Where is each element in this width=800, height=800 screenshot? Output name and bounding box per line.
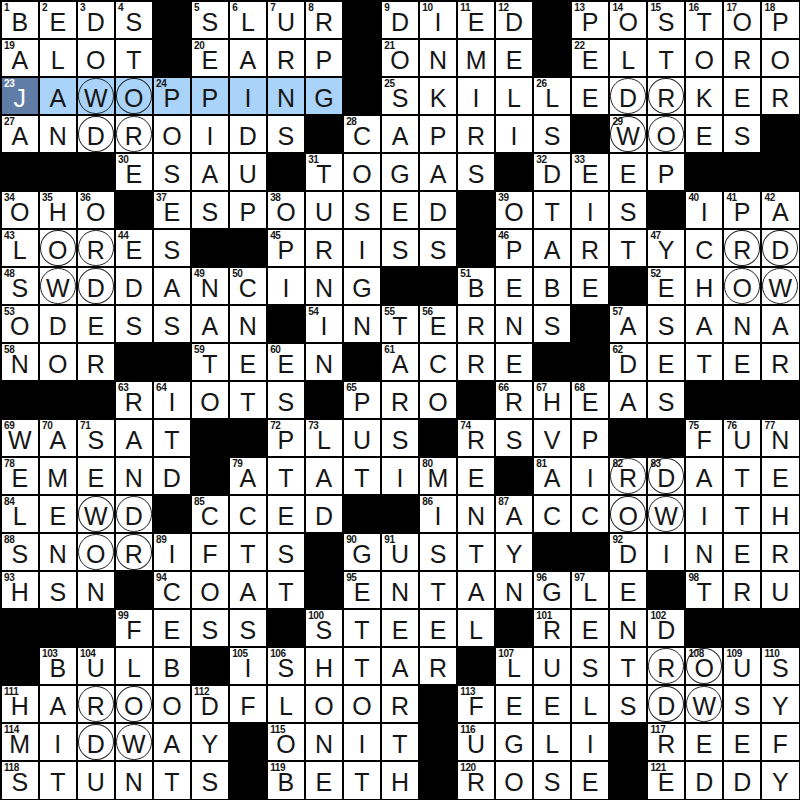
- grid-cell[interactable]: L: [116, 648, 153, 685]
- grid-cell[interactable]: R: [382, 686, 419, 723]
- grid-cell[interactable]: W: [116, 724, 153, 761]
- grid-cell[interactable]: S: [230, 610, 267, 647]
- grid-cell[interactable]: 99F: [116, 610, 153, 647]
- grid-cell[interactable]: O: [724, 268, 761, 305]
- grid-cell[interactable]: 64I: [154, 382, 191, 419]
- grid-cell[interactable]: T: [610, 648, 647, 685]
- grid-cell[interactable]: R: [724, 40, 761, 77]
- grid-cell[interactable]: E: [154, 610, 191, 647]
- grid-cell[interactable]: S: [268, 382, 305, 419]
- grid-cell[interactable]: L: [40, 40, 77, 77]
- grid-cell[interactable]: A: [40, 686, 77, 723]
- grid-cell[interactable]: W: [40, 268, 77, 305]
- grid-cell[interactable]: 84L: [2, 496, 39, 533]
- grid-cell[interactable]: 109U: [724, 648, 761, 685]
- grid-cell[interactable]: A: [610, 382, 647, 419]
- grid-cell[interactable]: 115O: [268, 724, 305, 761]
- grid-cell[interactable]: H: [762, 496, 799, 533]
- grid-cell[interactable]: T: [724, 496, 761, 533]
- grid-cell[interactable]: O: [192, 572, 229, 609]
- grid-cell[interactable]: R: [78, 230, 115, 267]
- grid-cell[interactable]: D: [686, 762, 723, 799]
- grid-cell[interactable]: E: [458, 458, 495, 495]
- grid-cell[interactable]: I: [382, 458, 419, 495]
- grid-cell[interactable]: E: [496, 686, 533, 723]
- grid-cell[interactable]: O: [420, 382, 457, 419]
- grid-cell[interactable]: T: [268, 458, 305, 495]
- grid-cell[interactable]: P: [648, 154, 685, 191]
- grid-cell[interactable]: T: [268, 572, 305, 609]
- grid-cell[interactable]: A: [686, 458, 723, 495]
- grid-cell[interactable]: F: [762, 724, 799, 761]
- grid-cell[interactable]: 14O: [610, 2, 647, 39]
- grid-cell[interactable]: R: [724, 230, 761, 267]
- grid-cell[interactable]: 62D: [610, 344, 647, 381]
- grid-cell[interactable]: R: [116, 534, 153, 571]
- grid-cell[interactable]: 8R: [306, 2, 343, 39]
- grid-cell[interactable]: I: [344, 724, 381, 761]
- grid-cell[interactable]: 63R: [116, 382, 153, 419]
- grid-cell[interactable]: K: [420, 78, 457, 115]
- grid-cell[interactable]: D: [78, 116, 115, 153]
- grid-cell[interactable]: D: [610, 78, 647, 115]
- grid-cell[interactable]: R: [78, 344, 115, 381]
- grid-cell[interactable]: 42A: [762, 192, 799, 229]
- grid-cell[interactable]: D: [154, 458, 191, 495]
- grid-cell[interactable]: R: [648, 78, 685, 115]
- grid-cell[interactable]: 93H: [2, 572, 39, 609]
- grid-cell[interactable]: S: [534, 306, 571, 343]
- grid-cell[interactable]: S: [40, 572, 77, 609]
- grid-cell[interactable]: O: [648, 116, 685, 153]
- grid-cell[interactable]: L: [458, 610, 495, 647]
- grid-cell[interactable]: T: [686, 344, 723, 381]
- grid-cell[interactable]: 72P: [268, 420, 305, 457]
- grid-cell[interactable]: D: [762, 230, 799, 267]
- grid-cell[interactable]: R: [762, 78, 799, 115]
- grid-cell[interactable]: H: [686, 268, 723, 305]
- grid-cell[interactable]: E: [610, 572, 647, 609]
- grid-cell[interactable]: R: [306, 230, 343, 267]
- grid-cell[interactable]: O: [40, 230, 77, 267]
- grid-cell[interactable]: R: [648, 648, 685, 685]
- grid-cell[interactable]: A: [230, 40, 267, 77]
- grid-cell[interactable]: A: [382, 648, 419, 685]
- grid-cell[interactable]: 114M: [2, 724, 39, 761]
- grid-cell[interactable]: T: [344, 762, 381, 799]
- grid-cell[interactable]: N: [610, 610, 647, 647]
- grid-cell[interactable]: S: [610, 192, 647, 229]
- grid-cell[interactable]: E: [382, 610, 419, 647]
- grid-cell[interactable]: 82R: [610, 458, 647, 495]
- grid-cell[interactable]: 76U: [724, 420, 761, 457]
- grid-cell[interactable]: O: [306, 686, 343, 723]
- grid-cell[interactable]: 36O: [78, 192, 115, 229]
- grid-cell[interactable]: 43L: [2, 230, 39, 267]
- grid-cell[interactable]: 97L: [572, 572, 609, 609]
- grid-cell[interactable]: E: [78, 458, 115, 495]
- grid-cell[interactable]: 6L: [230, 2, 267, 39]
- grid-cell[interactable]: S: [268, 534, 305, 571]
- grid-cell[interactable]: 33E: [572, 154, 609, 191]
- grid-cell[interactable]: R: [116, 116, 153, 153]
- grid-cell[interactable]: 91U: [382, 534, 419, 571]
- grid-cell[interactable]: 66R: [496, 382, 533, 419]
- grid-cell[interactable]: 90G: [344, 534, 381, 571]
- grid-cell[interactable]: W: [762, 268, 799, 305]
- grid-cell[interactable]: T: [344, 458, 381, 495]
- grid-cell[interactable]: 45P: [268, 230, 305, 267]
- grid-cell[interactable]: P: [306, 40, 343, 77]
- grid-cell[interactable]: S: [382, 230, 419, 267]
- grid-cell[interactable]: 11E: [458, 2, 495, 39]
- grid-cell[interactable]: E: [648, 344, 685, 381]
- grid-cell[interactable]: S: [382, 420, 419, 457]
- grid-cell[interactable]: S: [534, 116, 571, 153]
- grid-cell[interactable]: R: [420, 648, 457, 685]
- grid-cell[interactable]: Y: [762, 762, 799, 799]
- grid-cell[interactable]: 116U: [458, 724, 495, 761]
- grid-cell[interactable]: O: [154, 116, 191, 153]
- grid-cell[interactable]: R: [458, 344, 495, 381]
- grid-cell[interactable]: 48S: [2, 268, 39, 305]
- grid-cell[interactable]: E: [496, 40, 533, 77]
- grid-cell[interactable]: 22E: [572, 40, 609, 77]
- grid-cell[interactable]: S: [496, 420, 533, 457]
- grid-cell[interactable]: E: [724, 724, 761, 761]
- grid-cell[interactable]: 88S: [2, 534, 39, 571]
- grid-cell[interactable]: 35H: [40, 192, 77, 229]
- grid-cell[interactable]: A: [230, 572, 267, 609]
- grid-cell[interactable]: I: [40, 724, 77, 761]
- grid-cell[interactable]: 38O: [268, 192, 305, 229]
- grid-cell[interactable]: E: [496, 268, 533, 305]
- grid-cell[interactable]: U: [344, 420, 381, 457]
- grid-cell[interactable]: Y: [192, 724, 229, 761]
- grid-cell[interactable]: 104U: [78, 648, 115, 685]
- grid-cell[interactable]: O: [154, 686, 191, 723]
- grid-cell[interactable]: T: [40, 762, 77, 799]
- grid-cell[interactable]: T: [230, 534, 267, 571]
- grid-cell[interactable]: S: [724, 116, 761, 153]
- grid-cell[interactable]: Y: [762, 686, 799, 723]
- grid-cell[interactable]: 67H: [534, 382, 571, 419]
- grid-cell[interactable]: A: [40, 78, 77, 115]
- grid-cell[interactable]: 74R: [458, 420, 495, 457]
- grid-cell[interactable]: 1B: [2, 2, 39, 39]
- grid-cell[interactable]: D: [78, 724, 115, 761]
- grid-cell[interactable]: 5S: [192, 2, 229, 39]
- grid-cell[interactable]: G: [306, 78, 343, 115]
- grid-cell[interactable]: 58N: [2, 344, 39, 381]
- grid-cell[interactable]: T: [648, 40, 685, 77]
- grid-cell[interactable]: A: [154, 268, 191, 305]
- grid-cell[interactable]: U: [306, 192, 343, 229]
- grid-cell[interactable]: T: [724, 458, 761, 495]
- grid-cell[interactable]: 55T: [382, 306, 419, 343]
- grid-cell[interactable]: R: [78, 686, 115, 723]
- grid-cell[interactable]: D: [230, 116, 267, 153]
- grid-cell[interactable]: O: [344, 686, 381, 723]
- grid-cell[interactable]: N: [116, 762, 153, 799]
- grid-cell[interactable]: 96G: [534, 572, 571, 609]
- grid-cell[interactable]: O: [116, 686, 153, 723]
- grid-cell[interactable]: 3D: [78, 2, 115, 39]
- grid-cell[interactable]: D: [116, 268, 153, 305]
- grid-cell[interactable]: S: [458, 154, 495, 191]
- grid-cell[interactable]: D: [78, 268, 115, 305]
- grid-cell[interactable]: E: [572, 78, 609, 115]
- grid-cell[interactable]: I: [572, 192, 609, 229]
- grid-cell[interactable]: A: [420, 154, 457, 191]
- grid-cell[interactable]: 9D: [382, 2, 419, 39]
- grid-cell[interactable]: 47Y: [648, 230, 685, 267]
- grid-cell[interactable]: O: [496, 762, 533, 799]
- grid-cell[interactable]: T: [382, 724, 419, 761]
- grid-cell[interactable]: 105I: [230, 648, 267, 685]
- grid-cell[interactable]: E: [686, 724, 723, 761]
- grid-cell[interactable]: L: [610, 40, 647, 77]
- grid-cell[interactable]: T: [116, 40, 153, 77]
- grid-cell[interactable]: I: [268, 268, 305, 305]
- grid-cell[interactable]: O: [762, 40, 799, 77]
- grid-cell[interactable]: E: [420, 610, 457, 647]
- grid-cell[interactable]: N: [724, 306, 761, 343]
- grid-cell[interactable]: I: [192, 116, 229, 153]
- grid-cell[interactable]: D: [306, 496, 343, 533]
- grid-cell[interactable]: 121E: [648, 762, 685, 799]
- grid-cell[interactable]: A: [762, 306, 799, 343]
- grid-cell[interactable]: 18P: [762, 2, 799, 39]
- grid-cell[interactable]: A: [458, 572, 495, 609]
- grid-cell[interactable]: E: [724, 344, 761, 381]
- grid-cell[interactable]: 20E: [192, 40, 229, 77]
- grid-cell[interactable]: 103B: [40, 648, 77, 685]
- grid-cell[interactable]: 75F: [686, 420, 723, 457]
- grid-cell[interactable]: N: [496, 572, 533, 609]
- grid-cell[interactable]: W: [78, 496, 115, 533]
- grid-cell[interactable]: 10I: [420, 2, 457, 39]
- grid-cell[interactable]: R: [572, 230, 609, 267]
- grid-cell[interactable]: D: [420, 192, 457, 229]
- grid-cell[interactable]: S: [610, 686, 647, 723]
- grid-cell[interactable]: S: [572, 648, 609, 685]
- grid-cell[interactable]: N: [306, 724, 343, 761]
- grid-cell[interactable]: R: [458, 116, 495, 153]
- grid-cell[interactable]: P: [572, 420, 609, 457]
- grid-cell[interactable]: C: [572, 496, 609, 533]
- grid-cell[interactable]: 71S: [78, 420, 115, 457]
- grid-cell[interactable]: 102D: [648, 610, 685, 647]
- grid-cell[interactable]: 120R: [458, 762, 495, 799]
- grid-cell[interactable]: N: [306, 268, 343, 305]
- grid-cell[interactable]: R: [382, 382, 419, 419]
- grid-cell[interactable]: N: [40, 534, 77, 571]
- grid-cell[interactable]: 32D: [534, 154, 571, 191]
- grid-cell[interactable]: 19A: [2, 40, 39, 77]
- grid-cell[interactable]: F: [230, 686, 267, 723]
- grid-cell[interactable]: H: [306, 648, 343, 685]
- grid-cell[interactable]: N: [686, 534, 723, 571]
- grid-cell[interactable]: S: [344, 192, 381, 229]
- grid-cell[interactable]: T: [344, 648, 381, 685]
- grid-cell[interactable]: E: [78, 306, 115, 343]
- grid-cell[interactable]: R: [762, 534, 799, 571]
- grid-cell[interactable]: 30E: [116, 154, 153, 191]
- grid-cell[interactable]: O: [40, 344, 77, 381]
- grid-cell[interactable]: I: [648, 534, 685, 571]
- grid-cell[interactable]: 27A: [2, 116, 39, 153]
- grid-cell[interactable]: 98T: [686, 572, 723, 609]
- grid-cell[interactable]: E: [724, 534, 761, 571]
- grid-cell[interactable]: 111H: [2, 686, 39, 723]
- grid-cell[interactable]: 69W: [2, 420, 39, 457]
- grid-cell[interactable]: G: [382, 154, 419, 191]
- grid-cell[interactable]: 87A: [496, 496, 533, 533]
- grid-cell[interactable]: 57A: [610, 306, 647, 343]
- grid-cell[interactable]: A: [686, 306, 723, 343]
- grid-cell[interactable]: T: [154, 420, 191, 457]
- grid-cell[interactable]: 85C: [192, 496, 229, 533]
- grid-cell[interactable]: U: [78, 762, 115, 799]
- grid-cell[interactable]: 23J: [2, 78, 39, 115]
- grid-cell[interactable]: D: [116, 496, 153, 533]
- grid-cell[interactable]: D: [40, 306, 77, 343]
- grid-cell[interactable]: 4S: [116, 2, 153, 39]
- grid-cell[interactable]: N: [382, 572, 419, 609]
- grid-cell[interactable]: 56E: [420, 306, 457, 343]
- grid-cell[interactable]: T: [534, 192, 571, 229]
- grid-cell[interactable]: E: [572, 268, 609, 305]
- grid-cell[interactable]: 119B: [268, 762, 305, 799]
- grid-cell[interactable]: 70A: [40, 420, 77, 457]
- grid-cell[interactable]: G: [496, 724, 533, 761]
- grid-cell[interactable]: 25S: [382, 78, 419, 115]
- grid-cell[interactable]: O: [686, 40, 723, 77]
- grid-cell[interactable]: A: [534, 230, 571, 267]
- grid-cell[interactable]: 7U: [268, 2, 305, 39]
- grid-cell[interactable]: U: [762, 572, 799, 609]
- grid-cell[interactable]: N: [116, 458, 153, 495]
- grid-cell[interactable]: I: [496, 116, 533, 153]
- grid-cell[interactable]: A: [154, 724, 191, 761]
- grid-cell[interactable]: B: [154, 648, 191, 685]
- grid-cell[interactable]: 68E: [572, 382, 609, 419]
- grid-cell[interactable]: L: [268, 686, 305, 723]
- grid-cell[interactable]: S: [724, 686, 761, 723]
- grid-cell[interactable]: 107L: [496, 648, 533, 685]
- grid-cell[interactable]: 15S: [648, 2, 685, 39]
- grid-cell[interactable]: O: [610, 496, 647, 533]
- grid-cell[interactable]: E: [762, 458, 799, 495]
- grid-cell[interactable]: N: [496, 306, 533, 343]
- grid-cell[interactable]: G: [344, 268, 381, 305]
- grid-cell[interactable]: A: [116, 420, 153, 457]
- grid-cell[interactable]: S: [192, 610, 229, 647]
- grid-cell[interactable]: N: [78, 572, 115, 609]
- grid-cell[interactable]: E: [268, 496, 305, 533]
- grid-cell[interactable]: 113F: [458, 686, 495, 723]
- grid-cell[interactable]: T: [458, 534, 495, 571]
- grid-cell[interactable]: W: [78, 78, 115, 115]
- grid-cell[interactable]: E: [382, 192, 419, 229]
- grid-cell[interactable]: N: [268, 78, 305, 115]
- grid-cell[interactable]: 49N: [192, 268, 229, 305]
- grid-cell[interactable]: O: [78, 40, 115, 77]
- grid-cell[interactable]: D: [648, 686, 685, 723]
- grid-cell[interactable]: S: [648, 382, 685, 419]
- grid-cell[interactable]: 37E: [154, 192, 191, 229]
- grid-cell[interactable]: 26L: [534, 78, 571, 115]
- grid-cell[interactable]: S: [192, 762, 229, 799]
- grid-cell[interactable]: O: [344, 154, 381, 191]
- grid-cell[interactable]: I: [344, 230, 381, 267]
- grid-cell[interactable]: 13P: [572, 2, 609, 39]
- grid-cell[interactable]: 53O: [2, 306, 39, 343]
- grid-cell[interactable]: 112D: [192, 686, 229, 723]
- grid-cell[interactable]: S: [116, 306, 153, 343]
- grid-cell[interactable]: C: [230, 496, 267, 533]
- grid-cell[interactable]: U: [230, 154, 267, 191]
- grid-cell[interactable]: N: [230, 306, 267, 343]
- grid-cell[interactable]: 29W: [610, 116, 647, 153]
- grid-cell[interactable]: 31T: [306, 154, 343, 191]
- grid-cell[interactable]: 59T: [192, 344, 229, 381]
- grid-cell[interactable]: 89I: [154, 534, 191, 571]
- grid-cell[interactable]: E: [40, 496, 77, 533]
- grid-cell[interactable]: P: [192, 78, 229, 115]
- grid-cell[interactable]: R: [724, 572, 761, 609]
- grid-cell[interactable]: R: [268, 40, 305, 77]
- grid-cell[interactable]: N: [306, 344, 343, 381]
- grid-cell[interactable]: 50C: [230, 268, 267, 305]
- grid-cell[interactable]: I: [686, 496, 723, 533]
- grid-cell[interactable]: S: [268, 116, 305, 153]
- grid-cell[interactable]: T: [344, 610, 381, 647]
- grid-cell[interactable]: T: [154, 762, 191, 799]
- grid-cell[interactable]: E: [572, 610, 609, 647]
- grid-cell[interactable]: 118S: [2, 762, 39, 799]
- grid-cell[interactable]: E: [610, 154, 647, 191]
- grid-cell[interactable]: C: [534, 496, 571, 533]
- grid-cell[interactable]: E: [496, 344, 533, 381]
- grid-cell[interactable]: S: [154, 154, 191, 191]
- grid-cell[interactable]: N: [40, 116, 77, 153]
- grid-cell[interactable]: 92D: [610, 534, 647, 571]
- grid-cell[interactable]: 17O: [724, 2, 761, 39]
- grid-cell[interactable]: E: [306, 762, 343, 799]
- grid-cell[interactable]: U: [534, 648, 571, 685]
- grid-cell[interactable]: 28C: [344, 116, 381, 153]
- grid-cell[interactable]: 81A: [534, 458, 571, 495]
- grid-cell[interactable]: C: [420, 344, 457, 381]
- grid-cell[interactable]: T: [610, 230, 647, 267]
- grid-cell[interactable]: E: [534, 686, 571, 723]
- grid-cell[interactable]: 108O: [686, 648, 723, 685]
- grid-cell[interactable]: M: [458, 40, 495, 77]
- grid-cell[interactable]: Y: [496, 534, 533, 571]
- grid-cell[interactable]: 40I: [686, 192, 723, 229]
- grid-cell[interactable]: F: [192, 534, 229, 571]
- grid-cell[interactable]: I: [572, 458, 609, 495]
- grid-cell[interactable]: H: [382, 762, 419, 799]
- grid-cell[interactable]: O: [116, 78, 153, 115]
- grid-cell[interactable]: T: [230, 382, 267, 419]
- grid-cell[interactable]: 52E: [648, 268, 685, 305]
- grid-cell[interactable]: I: [572, 724, 609, 761]
- grid-cell[interactable]: 60E: [268, 344, 305, 381]
- grid-cell[interactable]: V: [534, 420, 571, 457]
